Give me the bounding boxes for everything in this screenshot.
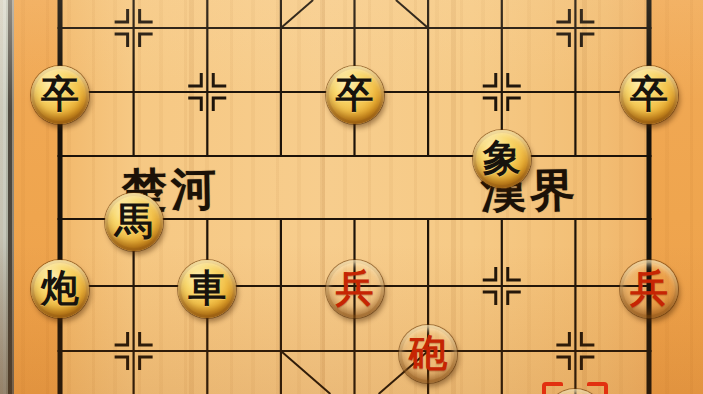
red-cannon[interactable]: 砲 [399, 325, 457, 383]
black-horse[interactable]: 馬 [105, 193, 163, 251]
piece-character: 象 [483, 139, 521, 177]
piece-character: 車 [188, 269, 226, 307]
black-elephant[interactable]: 象 [473, 130, 531, 188]
black-soldier-left[interactable]: 卒 [31, 66, 89, 124]
piece-character: 兵 [630, 269, 668, 307]
piece-character: 卒 [630, 75, 668, 113]
red-soldier-middle[interactable]: 兵 [326, 260, 384, 318]
black-chariot[interactable]: 車 [178, 260, 236, 318]
board-grid [0, 0, 703, 394]
selected-piece-partial[interactable] [546, 389, 604, 394]
black-cannon[interactable]: 炮 [31, 260, 89, 318]
piece-character: 砲 [409, 334, 447, 372]
selection-bracket-icon [542, 382, 563, 394]
xiangqi-board-screenshot: 楚河 漢界 卒卒卒象馬炮車兵兵砲 [0, 0, 703, 394]
black-soldier-right[interactable]: 卒 [620, 66, 678, 124]
selection-bracket-icon [587, 382, 608, 394]
piece-character: 卒 [41, 75, 79, 113]
red-soldier-right[interactable]: 兵 [620, 260, 678, 318]
piece-character: 馬 [115, 202, 153, 240]
piece-character: 卒 [336, 75, 374, 113]
black-soldier-middle[interactable]: 卒 [326, 66, 384, 124]
piece-character: 兵 [336, 269, 374, 307]
piece-character: 炮 [41, 269, 79, 307]
